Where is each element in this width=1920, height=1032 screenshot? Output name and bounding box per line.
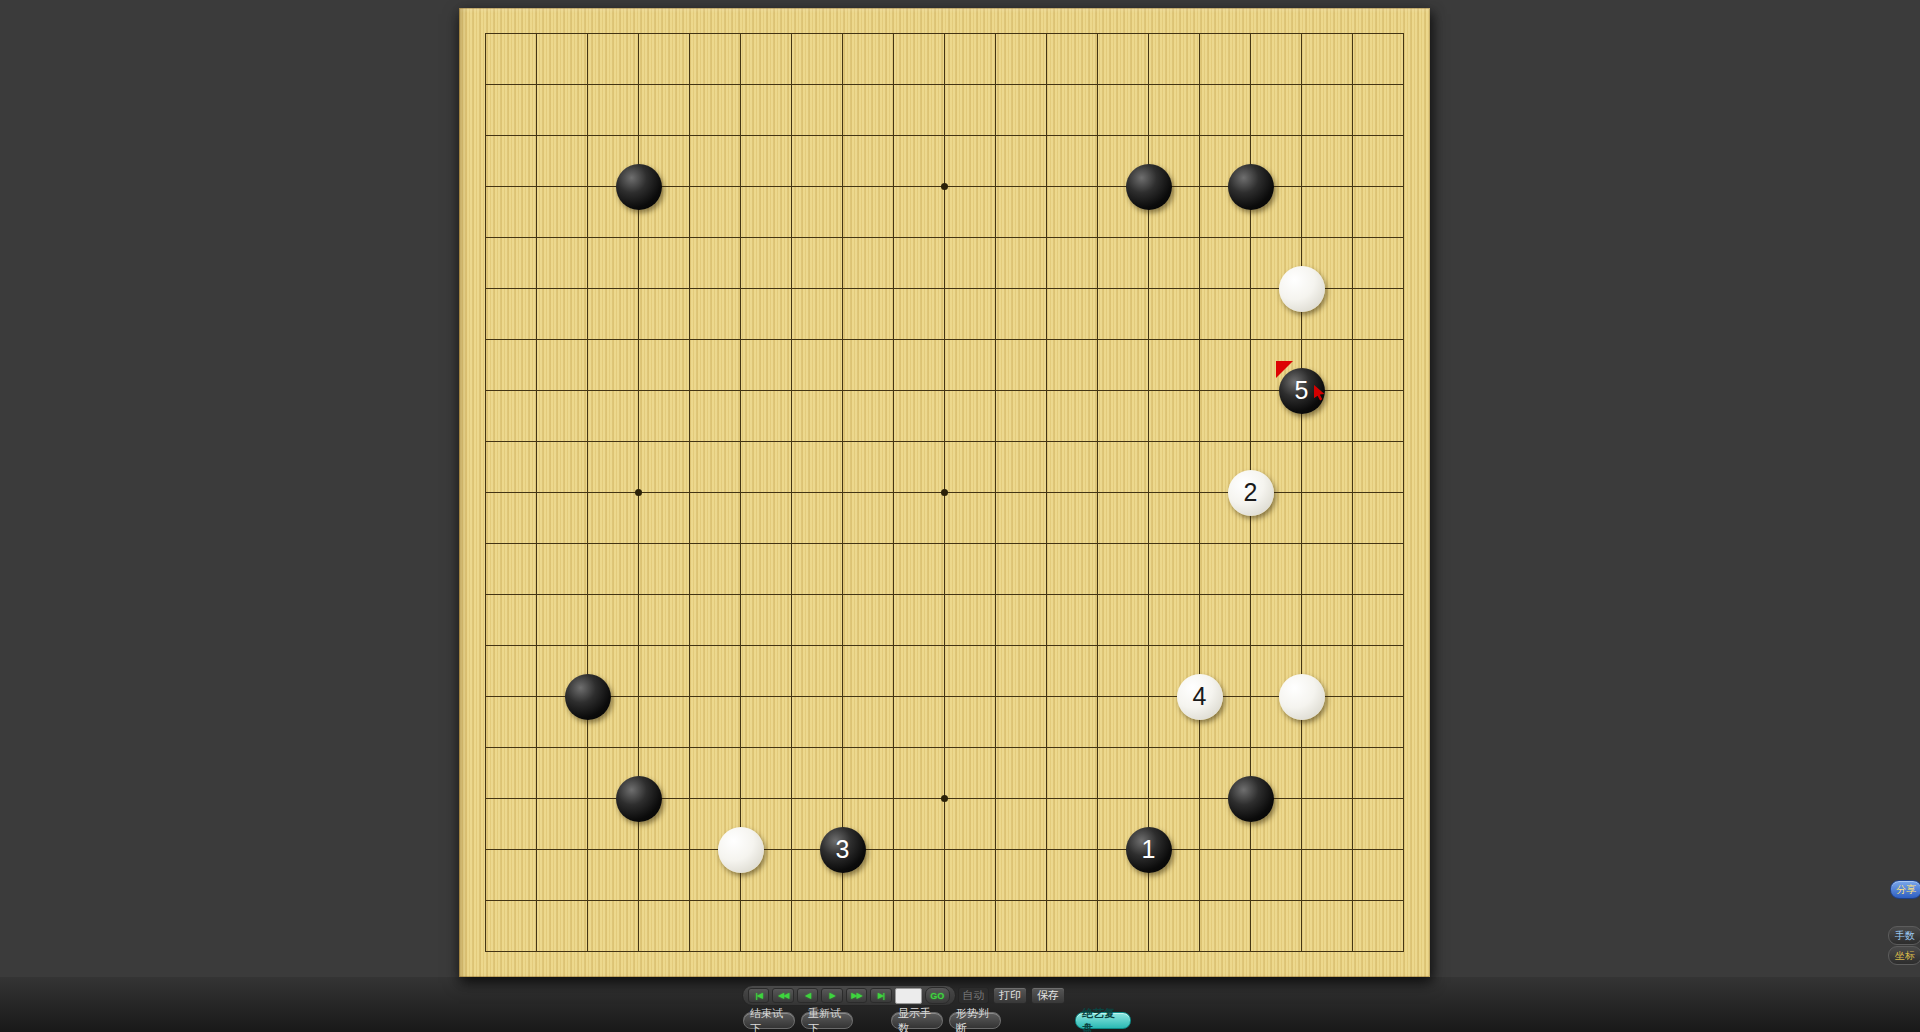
- black-stone-O3: 1: [1126, 827, 1172, 873]
- fast-forward-button[interactable]: ▶▶: [846, 988, 867, 1003]
- white-stone-P6: 4: [1177, 674, 1223, 720]
- move-number-label: 5: [1295, 378, 1309, 403]
- black-stone-O16: [1126, 164, 1172, 210]
- app-window: 52431 |◀ ◀◀ ◀ ▶ ▶▶ ▶| GO 自动 打印 保存 结束试下 重…: [0, 0, 1920, 1032]
- last-move-marker-icon: [1276, 361, 1293, 378]
- move-navigation-bar: |◀ ◀◀ ◀ ▶ ▶▶ ▶| GO: [742, 985, 956, 1006]
- ai-review-button[interactable]: 绝艺复盘: [1075, 1012, 1131, 1029]
- star-point: [941, 795, 948, 802]
- white-stone-F3: [718, 827, 764, 873]
- star-point: [941, 183, 948, 190]
- position-judgment-button[interactable]: 形势判断: [949, 1012, 1001, 1029]
- move-number-input[interactable]: [895, 988, 922, 1004]
- go-button[interactable]: GO: [925, 987, 950, 1004]
- show-move-numbers-button[interactable]: 显示手数: [891, 1012, 943, 1029]
- move-number-label: 4: [1193, 684, 1207, 709]
- forward-button[interactable]: ▶: [821, 988, 842, 1003]
- fast-back-button[interactable]: ◀◀: [772, 988, 793, 1003]
- coordinates-button[interactable]: 坐标: [1888, 946, 1920, 965]
- move-number-label: 1: [1142, 837, 1156, 862]
- star-point: [941, 489, 948, 496]
- board-stone-layer: 52431: [460, 8, 1429, 977]
- back-button[interactable]: ◀: [797, 988, 818, 1003]
- move-count-button[interactable]: 手数: [1888, 926, 1920, 945]
- print-button[interactable]: 打印: [993, 987, 1027, 1004]
- share-button[interactable]: 分享: [1890, 880, 1920, 899]
- black-stone-Q4: [1228, 776, 1274, 822]
- black-stone-H3: 3: [820, 827, 866, 873]
- red-cursor-icon: [1314, 385, 1325, 401]
- white-stone-R6: [1279, 674, 1325, 720]
- black-stone-D4: [616, 776, 662, 822]
- star-point: [635, 489, 642, 496]
- auto-play-button[interactable]: 自动: [958, 987, 989, 1004]
- black-stone-R12: 5: [1279, 368, 1325, 414]
- black-stone-C6: [565, 674, 611, 720]
- go-board[interactable]: 52431: [459, 8, 1430, 977]
- end-trial-button[interactable]: 结束试下: [743, 1012, 795, 1029]
- black-stone-D16: [616, 164, 662, 210]
- save-button[interactable]: 保存: [1031, 987, 1065, 1004]
- move-number-label: 3: [836, 837, 850, 862]
- first-move-button[interactable]: |◀: [748, 988, 769, 1003]
- move-number-label: 2: [1244, 480, 1258, 505]
- last-move-button[interactable]: ▶|: [870, 988, 891, 1003]
- white-stone-Q10: 2: [1228, 470, 1274, 516]
- restart-trial-button[interactable]: 重新试下: [801, 1012, 853, 1029]
- white-stone-R14: [1279, 266, 1325, 312]
- black-stone-Q16: [1228, 164, 1274, 210]
